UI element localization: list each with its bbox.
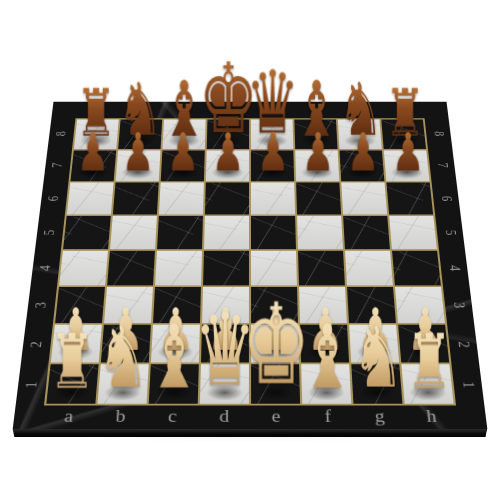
board-front-edge [13,429,488,437]
square-d5[interactable] [204,216,249,249]
file-label-g: g [353,405,406,429]
square-e6[interactable] [251,183,295,215]
square-f7[interactable]: ♟ [295,150,339,181]
product-photo-scene: ♜♞♝♚♛♝♞♜♟♟♟♟♟♟♟♟♟♟♟♟♟♟♟♟♜♞♝♛♚♝♞♜ abcdefg… [0,0,500,500]
piece-light-knight-b1[interactable]: ♞ [96,317,149,398]
rank-label-right-7: 7 [419,156,466,174]
file-label-d: d [198,405,250,429]
file-labels: abcdefgh [41,405,458,429]
square-b1[interactable]: ♞ [98,364,149,403]
rank-label-right-8: 8 [415,125,461,142]
file-label-b: b [94,405,147,429]
rank-label-left-6: 6 [30,189,78,207]
square-g6[interactable] [341,183,387,215]
square-d1[interactable]: ♛ [200,364,249,403]
board-grid: ♜♞♝♚♛♝♞♜♟♟♟♟♟♟♟♟♟♟♟♟♟♟♟♟♜♞♝♛♚♝♞♜ [44,118,456,405]
square-h1[interactable]: ♜ [401,364,453,403]
rank-label-left-7: 7 [34,156,81,174]
file-label-h: h [405,405,459,429]
square-e7[interactable]: ♟ [251,150,294,181]
square-g4[interactable] [345,251,393,286]
square-h4[interactable] [392,251,441,286]
rank-label-left-8: 8 [38,125,84,142]
piece-dark-pawn-d7[interactable]: ♟ [211,127,244,177]
square-c5[interactable] [157,216,203,249]
piece-light-bishop-f1[interactable]: ♝ [299,314,354,398]
file-label-a: a [41,405,95,429]
square-g1[interactable]: ♞ [351,364,402,403]
square-d6[interactable] [205,183,249,215]
square-c4[interactable] [155,251,202,286]
square-g5[interactable] [343,216,390,249]
square-f6[interactable] [296,183,341,215]
square-b7[interactable]: ♟ [116,150,161,181]
piece-light-rook-h1[interactable]: ♜ [405,326,452,398]
square-b4[interactable] [107,251,155,286]
piece-dark-pawn-e7[interactable]: ♟ [256,127,289,177]
square-d7[interactable]: ♟ [206,150,249,181]
square-b5[interactable] [110,216,157,249]
square-f1[interactable]: ♝ [301,364,351,403]
rank-label-left-5: 5 [25,223,74,242]
square-f5[interactable] [297,216,343,249]
square-e5[interactable] [251,216,296,249]
rank-label-right-5: 5 [426,223,475,242]
piece-dark-pawn-f7[interactable]: ♟ [301,127,334,177]
piece-dark-pawn-g7[interactable]: ♟ [346,127,379,177]
file-label-e: e [250,405,302,429]
square-c7[interactable]: ♟ [161,150,205,181]
rank-label-right-6: 6 [422,189,470,207]
file-label-c: c [146,405,199,429]
square-c1[interactable]: ♝ [149,364,199,403]
piece-light-queen-d1[interactable]: ♛ [193,302,255,398]
square-e1[interactable]: ♚ [251,364,300,403]
square-g7[interactable]: ♟ [340,150,385,181]
piece-dark-pawn-c7[interactable]: ♟ [166,127,199,177]
piece-light-knight-g1[interactable]: ♞ [351,317,404,398]
square-a4[interactable] [59,251,108,286]
square-c6[interactable] [159,183,204,215]
square-a1[interactable]: ♜ [46,364,98,403]
piece-light-bishop-c1[interactable]: ♝ [146,314,201,398]
chess-board: ♜♞♝♚♛♝♞♜♟♟♟♟♟♟♟♟♟♟♟♟♟♟♟♟♜♞♝♛♚♝♞♜ abcdefg… [13,102,488,429]
piece-light-rook-a1[interactable]: ♜ [48,326,95,398]
piece-dark-pawn-b7[interactable]: ♟ [121,127,154,177]
square-b6[interactable] [113,183,159,215]
file-label-f: f [302,405,355,429]
